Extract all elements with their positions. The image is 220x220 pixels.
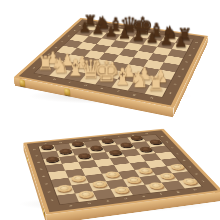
square-c5 — [91, 44, 110, 52]
black-bishop: ♝ — [147, 20, 165, 40]
square-e7 — [102, 145, 121, 153]
light-checker — [56, 184, 73, 192]
black-pawn: ♟ — [104, 24, 117, 38]
square-d7 — [87, 146, 106, 154]
square-b6 — [59, 155, 78, 163]
square-c8: ♝ — [107, 27, 125, 34]
black-pawn: ♟ — [159, 32, 172, 47]
dark-checker — [108, 149, 123, 155]
black-king: ♚ — [132, 14, 153, 38]
product-image-folding-chess-set: ♜♞♝♛♚♝♞♜♟♟♟♟♟♟♟♟♟♟♟♟♟♟♟♟♜♞♝♛♚♝♞♜ abcdefg… — [0, 0, 220, 220]
light-checker — [77, 190, 94, 198]
square-d6 — [110, 40, 129, 48]
square-b5 — [77, 42, 97, 50]
dark-checker — [89, 145, 104, 151]
brass-clasp — [43, 207, 45, 217]
square-c7 — [72, 148, 91, 156]
square-d8: ♛ — [120, 29, 138, 36]
square-b7 — [56, 149, 74, 157]
square-f3 — [135, 168, 156, 177]
square-c6 — [75, 154, 94, 162]
square-g7 — [132, 142, 151, 149]
square-c6 — [96, 38, 115, 46]
square-e6 — [106, 151, 125, 159]
light-checker — [137, 167, 154, 174]
brass-clasp — [27, 156, 28, 164]
square-a5 — [63, 40, 83, 48]
square-g6 — [153, 47, 172, 56]
square-f6 — [121, 149, 141, 157]
square-e8: ♚ — [134, 31, 152, 39]
black-bishop: ♝ — [107, 15, 124, 34]
black-pawn: ♟ — [91, 22, 104, 36]
square-g4 — [146, 160, 167, 168]
square-f8 — [113, 138, 132, 145]
black-pawn: ♟ — [145, 30, 158, 45]
black-rook: ♜ — [83, 14, 97, 30]
square-f5 — [125, 155, 145, 163]
black-pawn: ♟ — [78, 21, 91, 35]
square-h7: ♟ — [172, 43, 190, 51]
dark-checker — [71, 141, 85, 147]
square-f7 — [117, 143, 136, 150]
dark-checker — [77, 153, 92, 159]
square-b6 — [83, 36, 102, 44]
square-a8: ♜ — [81, 24, 99, 31]
dark-checker — [40, 144, 54, 150]
black-rook: ♜ — [176, 27, 191, 44]
dark-checker — [129, 135, 144, 140]
square-a6 — [43, 157, 62, 165]
square-e8 — [98, 139, 116, 146]
square-h5 — [156, 152, 176, 160]
square-a7 — [41, 151, 59, 159]
square-f6 — [138, 45, 157, 54]
light-checker — [125, 176, 142, 184]
square-b8: ♞ — [94, 26, 112, 33]
square-c8 — [69, 142, 87, 149]
checkers-board-view: abcdefghabcdefgh8765432187654321 — [21, 72, 207, 220]
square-h6 — [151, 146, 171, 154]
square-f8: ♝ — [147, 33, 165, 41]
square-c2 — [89, 181, 111, 191]
square-a7: ♟ — [76, 29, 94, 36]
dark-checker — [45, 156, 60, 163]
square-e6 — [124, 43, 143, 51]
black-queen: ♛ — [119, 15, 138, 36]
dark-checker — [148, 139, 163, 145]
square-b8 — [54, 144, 72, 151]
coordinate-labels: abcdefgh — [87, 21, 194, 39]
black-pawn: ♟ — [174, 35, 187, 50]
light-checker — [169, 163, 186, 170]
square-e1 — [128, 185, 151, 195]
coordinate-labels: abcdefgh — [38, 132, 155, 146]
black-pawn: ♟ — [131, 28, 144, 43]
square-e5 — [110, 157, 130, 165]
square-d7: ♟ — [115, 35, 133, 43]
square-a8 — [39, 145, 57, 153]
square-g7: ♟ — [157, 41, 175, 49]
black-knight: ♞ — [95, 14, 111, 31]
square-a5 — [46, 164, 65, 173]
black-knight: ♞ — [162, 24, 178, 42]
square-h8: ♜ — [175, 37, 193, 45]
square-a6 — [70, 34, 89, 42]
light-checker — [91, 180, 108, 188]
light-checker — [104, 171, 121, 178]
square-d8 — [84, 141, 102, 148]
square-h7 — [146, 140, 165, 147]
square-d1 — [111, 187, 133, 197]
light-checker — [70, 175, 86, 183]
square-f7: ♟ — [143, 39, 161, 47]
square-g8 — [127, 136, 146, 143]
checkers-board: abcdefghabcdefgh8765432187654321 — [23, 129, 220, 215]
black-pawn: ♟ — [118, 26, 131, 40]
square-g6 — [136, 147, 156, 155]
square-c7: ♟ — [102, 33, 120, 41]
square-e7: ♟ — [129, 37, 147, 45]
dark-checker — [119, 142, 134, 148]
board-tilt-wrapper: abcdefghabcdefgh8765432187654321 — [33, 84, 195, 220]
dark-checker — [138, 146, 154, 152]
square-h8 — [141, 135, 160, 142]
dark-checker — [58, 148, 73, 154]
dark-checker — [100, 138, 115, 144]
square-g5 — [141, 153, 161, 161]
square-d6 — [91, 152, 110, 160]
square-g8: ♞ — [161, 35, 179, 43]
square-b7: ♟ — [89, 31, 107, 39]
